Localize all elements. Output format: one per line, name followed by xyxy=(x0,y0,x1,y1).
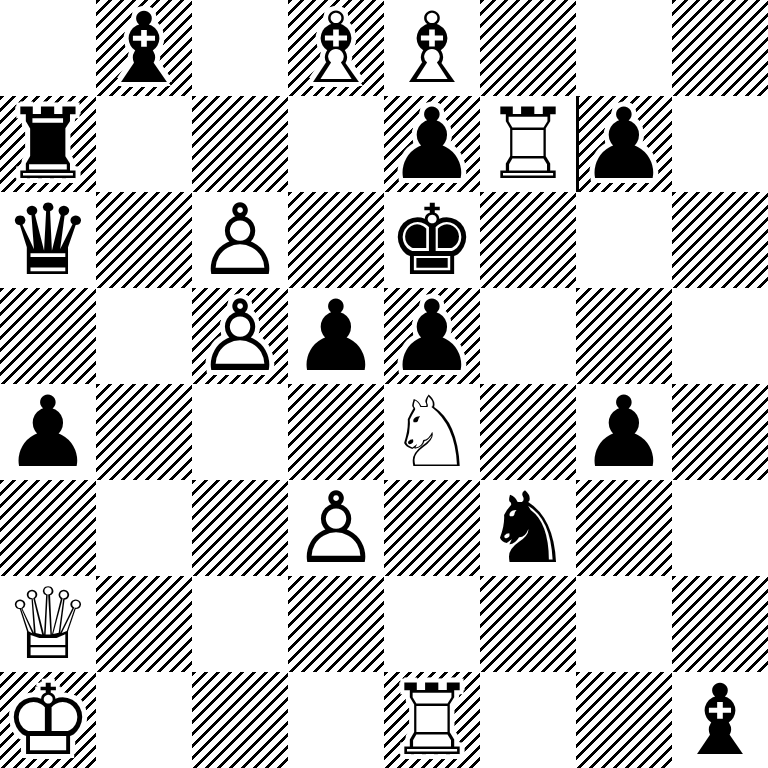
square-a2[interactable]: ♛♕ xyxy=(0,576,96,672)
square-c4[interactable] xyxy=(192,384,288,480)
piece-black-pawn: ♟♟ xyxy=(0,384,96,480)
piece-glyph: ♔ xyxy=(0,672,96,768)
square-d5[interactable]: ♟♟ xyxy=(288,288,384,384)
piece-white-rook: ♜♖ xyxy=(384,672,480,768)
square-a3[interactable] xyxy=(0,480,96,576)
square-a7[interactable]: ♜♜ xyxy=(0,96,96,192)
square-c5[interactable]: ♟♙ xyxy=(192,288,288,384)
square-a1[interactable]: ♚♔ xyxy=(0,672,96,768)
square-b6[interactable] xyxy=(96,192,192,288)
piece-black-bishop: ♝♝ xyxy=(96,0,192,96)
square-f6[interactable] xyxy=(480,192,576,288)
square-a6[interactable]: ♛♛ xyxy=(0,192,96,288)
square-e4[interactable]: ♞♘ xyxy=(384,384,480,480)
square-g4[interactable]: ♟♟ xyxy=(576,384,672,480)
piece-fill-layer: ♜ xyxy=(480,96,576,192)
piece-glyph: ♜ xyxy=(0,96,96,192)
square-g2[interactable] xyxy=(576,576,672,672)
piece-fill-layer: ♞ xyxy=(480,480,576,576)
piece-glyph: ♙ xyxy=(192,288,288,384)
square-c8[interactable] xyxy=(192,0,288,96)
piece-glyph: ♟ xyxy=(576,96,672,192)
square-d7[interactable] xyxy=(288,96,384,192)
square-a5[interactable] xyxy=(0,288,96,384)
square-e8[interactable]: ♝♗ xyxy=(384,0,480,96)
piece-glyph: ♕ xyxy=(0,576,96,672)
square-c3[interactable] xyxy=(192,480,288,576)
square-d1[interactable] xyxy=(288,672,384,768)
piece-fill-layer: ♝ xyxy=(672,672,768,768)
square-d4[interactable] xyxy=(288,384,384,480)
piece-glyph: ♚ xyxy=(384,192,480,288)
piece-white-pawn: ♟♙ xyxy=(192,192,288,288)
square-b7[interactable] xyxy=(96,96,192,192)
piece-fill-layer: ♝ xyxy=(96,0,192,96)
square-c1[interactable] xyxy=(192,672,288,768)
chess-board: ♝♝♝♗♝♗♜♜♟♟♜♖♟♟♛♛♟♙♚♚♟♙♟♟♟♟♟♟♞♘♟♟♟♙♞♞♛♕♚♔… xyxy=(0,0,768,768)
piece-glyph: ♛ xyxy=(0,192,96,288)
piece-white-rook: ♜♖ xyxy=(480,96,576,192)
square-c6[interactable]: ♟♙ xyxy=(192,192,288,288)
piece-glyph: ♟ xyxy=(0,384,96,480)
piece-white-bishop: ♝♗ xyxy=(288,0,384,96)
piece-fill-layer: ♜ xyxy=(0,96,96,192)
square-h8[interactable] xyxy=(672,0,768,96)
piece-glyph: ♘ xyxy=(384,384,480,480)
square-g7[interactable]: ♟♟ xyxy=(576,96,672,192)
piece-white-pawn: ♟♙ xyxy=(288,480,384,576)
piece-glyph: ♞ xyxy=(480,480,576,576)
square-c7[interactable] xyxy=(192,96,288,192)
piece-fill-layer: ♝ xyxy=(288,0,384,96)
square-d3[interactable]: ♟♙ xyxy=(288,480,384,576)
square-d8[interactable]: ♝♗ xyxy=(288,0,384,96)
square-g3[interactable] xyxy=(576,480,672,576)
piece-glyph: ♟ xyxy=(384,288,480,384)
square-b3[interactable] xyxy=(96,480,192,576)
square-h4[interactable] xyxy=(672,384,768,480)
piece-black-pawn: ♟♟ xyxy=(384,288,480,384)
square-d2[interactable] xyxy=(288,576,384,672)
piece-fill-layer: ♟ xyxy=(0,384,96,480)
square-b5[interactable] xyxy=(96,288,192,384)
square-g5[interactable] xyxy=(576,288,672,384)
piece-fill-layer: ♟ xyxy=(192,288,288,384)
square-f8[interactable] xyxy=(480,0,576,96)
piece-glyph: ♟ xyxy=(384,96,480,192)
piece-glyph: ♖ xyxy=(384,672,480,768)
piece-glyph: ♗ xyxy=(288,0,384,96)
square-b2[interactable] xyxy=(96,576,192,672)
square-e1[interactable]: ♜♖ xyxy=(384,672,480,768)
piece-white-bishop: ♝♗ xyxy=(384,0,480,96)
piece-glyph: ♙ xyxy=(288,480,384,576)
piece-glyph: ♝ xyxy=(672,672,768,768)
piece-black-pawn: ♟♟ xyxy=(576,384,672,480)
piece-white-king: ♚♔ xyxy=(0,672,96,768)
piece-fill-layer: ♟ xyxy=(288,480,384,576)
square-f3[interactable]: ♞♞ xyxy=(480,480,576,576)
piece-black-king: ♚♚ xyxy=(384,192,480,288)
piece-fill-layer: ♟ xyxy=(288,288,384,384)
piece-glyph: ♗ xyxy=(384,0,480,96)
square-h7[interactable] xyxy=(672,96,768,192)
square-h1[interactable]: ♝♝ xyxy=(672,672,768,768)
piece-fill-layer: ♟ xyxy=(576,96,672,192)
square-e5[interactable]: ♟♟ xyxy=(384,288,480,384)
square-b4[interactable] xyxy=(96,384,192,480)
piece-glyph: ♙ xyxy=(192,192,288,288)
piece-white-knight: ♞♘ xyxy=(384,384,480,480)
square-b1[interactable] xyxy=(96,672,192,768)
piece-fill-layer: ♚ xyxy=(384,192,480,288)
piece-fill-layer: ♛ xyxy=(0,192,96,288)
square-g1[interactable] xyxy=(576,672,672,768)
piece-glyph: ♖ xyxy=(480,96,576,192)
piece-black-knight: ♞♞ xyxy=(480,480,576,576)
square-e3[interactable] xyxy=(384,480,480,576)
square-e2[interactable] xyxy=(384,576,480,672)
square-d6[interactable] xyxy=(288,192,384,288)
chess-diagram: ♝♝♝♗♝♗♜♜♟♟♜♖♟♟♛♛♟♙♚♚♟♙♟♟♟♟♟♟♞♘♟♟♟♙♞♞♛♕♚♔… xyxy=(0,0,768,768)
piece-fill-layer: ♛ xyxy=(0,576,96,672)
piece-black-queen: ♛♛ xyxy=(0,192,96,288)
square-f2[interactable] xyxy=(480,576,576,672)
piece-fill-layer: ♟ xyxy=(192,192,288,288)
piece-glyph: ♟ xyxy=(288,288,384,384)
square-h2[interactable] xyxy=(672,576,768,672)
square-h3[interactable] xyxy=(672,480,768,576)
piece-black-rook: ♜♜ xyxy=(0,96,96,192)
square-f5[interactable] xyxy=(480,288,576,384)
square-g6[interactable] xyxy=(576,192,672,288)
square-f4[interactable] xyxy=(480,384,576,480)
square-f7[interactable]: ♜♖ xyxy=(480,96,576,192)
square-e6[interactable]: ♚♚ xyxy=(384,192,480,288)
square-g8[interactable] xyxy=(576,0,672,96)
piece-glyph: ♝ xyxy=(96,0,192,96)
piece-fill-layer: ♟ xyxy=(576,384,672,480)
square-a8[interactable] xyxy=(0,0,96,96)
square-h5[interactable] xyxy=(672,288,768,384)
square-a4[interactable]: ♟♟ xyxy=(0,384,96,480)
piece-white-queen: ♛♕ xyxy=(0,576,96,672)
piece-black-bishop: ♝♝ xyxy=(672,672,768,768)
piece-black-pawn: ♟♟ xyxy=(576,96,672,192)
square-f1[interactable] xyxy=(480,672,576,768)
piece-white-pawn: ♟♙ xyxy=(192,288,288,384)
piece-glyph: ♟ xyxy=(576,384,672,480)
square-h6[interactable] xyxy=(672,192,768,288)
square-b8[interactable]: ♝♝ xyxy=(96,0,192,96)
piece-black-pawn: ♟♟ xyxy=(288,288,384,384)
piece-fill-layer: ♜ xyxy=(384,672,480,768)
piece-fill-layer: ♟ xyxy=(384,96,480,192)
piece-fill-layer: ♞ xyxy=(384,384,480,480)
piece-fill-layer: ♟ xyxy=(384,288,480,384)
square-e7[interactable]: ♟♟ xyxy=(384,96,480,192)
piece-black-pawn: ♟♟ xyxy=(384,96,480,192)
square-c2[interactable] xyxy=(192,576,288,672)
piece-fill-layer: ♝ xyxy=(384,0,480,96)
piece-fill-layer: ♚ xyxy=(0,672,96,768)
